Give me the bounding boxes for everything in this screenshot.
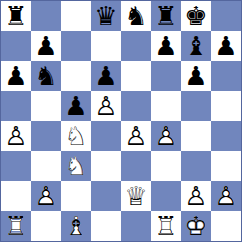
white-pawn-piece: ♟♙ [181, 181, 211, 211]
square-e3[interactable] [121, 151, 151, 181]
square-f2[interactable] [151, 181, 181, 211]
square-e7[interactable] [121, 31, 151, 61]
black-pawn-piece: ♟ [31, 31, 61, 61]
square-c2[interactable] [61, 181, 91, 211]
bishop-glyph: ♝ [181, 31, 211, 61]
square-a3[interactable] [1, 151, 31, 181]
pawn-glyph-outline: ♙ [181, 181, 211, 211]
black-pawn-piece: ♟ [91, 61, 121, 91]
king-glyph: ♚ [181, 1, 211, 31]
square-b3[interactable] [31, 151, 61, 181]
square-d2[interactable] [91, 181, 121, 211]
black-queen-piece: ♛ [91, 1, 121, 31]
pawn-glyph-outline: ♙ [1, 121, 31, 151]
square-d3[interactable] [91, 151, 121, 181]
rook-glyph: ♜ [1, 1, 31, 31]
square-a7[interactable] [1, 31, 31, 61]
square-h7[interactable]: ♟ [211, 31, 241, 61]
rook-glyph: ♜ [151, 1, 181, 31]
square-a1[interactable]: ♜♖ [1, 211, 31, 241]
square-g7[interactable]: ♝ [181, 31, 211, 61]
chess-board: ♜♛♞♜♚♟♟♝♟♟♞♟♟♟♟♙♟♙♞♘♟♙♟♙♞♘♟♙♛♕♟♙♟♙♜♖♝♗♜♖… [0, 0, 242, 242]
square-g3[interactable] [181, 151, 211, 181]
pawn-glyph: ♟ [181, 61, 211, 91]
square-f8[interactable]: ♜ [151, 1, 181, 31]
knight-glyph: ♞ [121, 1, 151, 31]
square-g1[interactable]: ♚♔ [181, 211, 211, 241]
square-e1[interactable] [121, 211, 151, 241]
knight-glyph: ♞ [31, 61, 61, 91]
knight-glyph-outline: ♘ [61, 151, 91, 181]
square-g2[interactable]: ♟♙ [181, 181, 211, 211]
pawn-glyph-outline: ♙ [91, 91, 121, 121]
square-d4[interactable] [91, 121, 121, 151]
pawn-glyph: ♟ [31, 31, 61, 61]
square-e6[interactable] [121, 61, 151, 91]
white-rook-piece: ♜♖ [151, 211, 181, 241]
square-d6[interactable]: ♟ [91, 61, 121, 91]
pawn-glyph-outline: ♙ [121, 121, 151, 151]
square-a6[interactable]: ♟ [1, 61, 31, 91]
white-knight-piece: ♞♘ [61, 121, 91, 151]
square-b8[interactable] [31, 1, 61, 31]
square-b5[interactable] [31, 91, 61, 121]
square-e8[interactable]: ♞ [121, 1, 151, 31]
square-a4[interactable]: ♟♙ [1, 121, 31, 151]
pawn-glyph: ♟ [91, 61, 121, 91]
square-c5[interactable]: ♟ [61, 91, 91, 121]
white-pawn-piece: ♟♙ [1, 121, 31, 151]
square-h6[interactable] [211, 61, 241, 91]
black-knight-piece: ♞ [31, 61, 61, 91]
square-a8[interactable]: ♜ [1, 1, 31, 31]
square-e5[interactable] [121, 91, 151, 121]
square-f1[interactable]: ♜♖ [151, 211, 181, 241]
chess-board-container: ♜♛♞♜♚♟♟♝♟♟♞♟♟♟♟♙♟♙♞♘♟♙♟♙♞♘♟♙♛♕♟♙♟♙♜♖♝♗♜♖… [0, 0, 242, 242]
square-c8[interactable] [61, 1, 91, 31]
square-d7[interactable] [91, 31, 121, 61]
black-bishop-piece: ♝ [181, 31, 211, 61]
black-knight-piece: ♞ [121, 1, 151, 31]
square-g6[interactable]: ♟ [181, 61, 211, 91]
white-queen-piece: ♛♕ [121, 181, 151, 211]
bishop-glyph-outline: ♗ [61, 211, 91, 241]
white-king-piece: ♚♔ [181, 211, 211, 241]
queen-glyph: ♛ [91, 1, 121, 31]
queen-glyph-outline: ♕ [121, 181, 151, 211]
white-pawn-piece: ♟♙ [31, 181, 61, 211]
square-c4[interactable]: ♞♘ [61, 121, 91, 151]
square-h5[interactable] [211, 91, 241, 121]
pawn-glyph: ♟ [1, 61, 31, 91]
square-f3[interactable] [151, 151, 181, 181]
square-a5[interactable] [1, 91, 31, 121]
square-f5[interactable] [151, 91, 181, 121]
square-f6[interactable] [151, 61, 181, 91]
pawn-glyph: ♟ [61, 91, 91, 121]
square-e2[interactable]: ♛♕ [121, 181, 151, 211]
white-pawn-piece: ♟♙ [121, 121, 151, 151]
black-rook-piece: ♜ [1, 1, 31, 31]
white-bishop-piece: ♝♗ [61, 211, 91, 241]
square-c7[interactable] [61, 31, 91, 61]
pawn-glyph: ♟ [211, 31, 241, 61]
rook-glyph-outline: ♖ [151, 211, 181, 241]
black-pawn-piece: ♟ [151, 31, 181, 61]
square-b2[interactable]: ♟♙ [31, 181, 61, 211]
king-glyph-outline: ♔ [181, 211, 211, 241]
black-pawn-piece: ♟ [61, 91, 91, 121]
square-b4[interactable] [31, 121, 61, 151]
white-knight-piece: ♞♘ [61, 151, 91, 181]
white-pawn-piece: ♟♙ [211, 181, 241, 211]
knight-glyph-outline: ♘ [61, 121, 91, 151]
square-f7[interactable]: ♟ [151, 31, 181, 61]
white-pawn-piece: ♟♙ [151, 121, 181, 151]
square-c3[interactable]: ♞♘ [61, 151, 91, 181]
black-pawn-piece: ♟ [181, 61, 211, 91]
white-pawn-piece: ♟♙ [91, 91, 121, 121]
square-b6[interactable]: ♞ [31, 61, 61, 91]
square-h3[interactable] [211, 151, 241, 181]
square-c1[interactable]: ♝♗ [61, 211, 91, 241]
square-b1[interactable] [31, 211, 61, 241]
square-h8[interactable] [211, 1, 241, 31]
white-rook-piece: ♜♖ [1, 211, 31, 241]
square-h4[interactable] [211, 121, 241, 151]
black-king-piece: ♚ [181, 1, 211, 31]
square-g4[interactable] [181, 121, 211, 151]
rook-glyph-outline: ♖ [1, 211, 31, 241]
black-pawn-piece: ♟ [1, 61, 31, 91]
square-f4[interactable]: ♟♙ [151, 121, 181, 151]
pawn-glyph: ♟ [151, 31, 181, 61]
pawn-glyph-outline: ♙ [31, 181, 61, 211]
square-e4[interactable]: ♟♙ [121, 121, 151, 151]
pawn-glyph-outline: ♙ [211, 181, 241, 211]
square-g8[interactable]: ♚ [181, 1, 211, 31]
square-d8[interactable]: ♛ [91, 1, 121, 31]
square-d5[interactable]: ♟♙ [91, 91, 121, 121]
square-c6[interactable] [61, 61, 91, 91]
pawn-glyph-outline: ♙ [151, 121, 181, 151]
black-rook-piece: ♜ [151, 1, 181, 31]
square-a2[interactable] [1, 181, 31, 211]
square-b7[interactable]: ♟ [31, 31, 61, 61]
square-h1[interactable] [211, 211, 241, 241]
square-h2[interactable]: ♟♙ [211, 181, 241, 211]
square-g5[interactable] [181, 91, 211, 121]
square-d1[interactable] [91, 211, 121, 241]
black-pawn-piece: ♟ [211, 31, 241, 61]
